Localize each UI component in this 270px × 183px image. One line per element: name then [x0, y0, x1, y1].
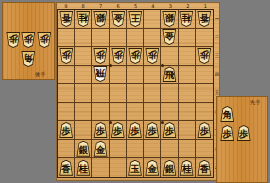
- sente-hand-row: 歩歩: [217, 125, 267, 143]
- hoshi-dot: [161, 121, 164, 124]
- square-6-8[interactable]: [110, 140, 127, 159]
- piece-glyph: 金: [96, 142, 106, 157]
- gote-hand-row: 歩歩歩: [3, 32, 54, 50]
- square-2-9[interactable]: 桂: [179, 158, 196, 177]
- square-9-8[interactable]: [58, 140, 75, 159]
- sente-hand-row: 角: [217, 106, 267, 124]
- square-8-7[interactable]: [75, 121, 92, 140]
- sente-hand-panel: 先手 角歩歩: [216, 96, 268, 183]
- square-4-2[interactable]: [144, 29, 161, 48]
- sente-knight[interactable]: 桂: [179, 160, 194, 176]
- gote-knight[interactable]: 桂: [76, 11, 91, 27]
- piece-glyph: 歩: [165, 123, 175, 138]
- piece-glyph: 歩: [61, 123, 71, 138]
- square-5-8[interactable]: [127, 140, 144, 159]
- sente-gold[interactable]: 金: [145, 160, 160, 176]
- hoshi-dot: [109, 121, 112, 124]
- sente-hand-bishop[interactable]: 角: [220, 106, 235, 122]
- square-3-5[interactable]: [161, 84, 178, 103]
- square-6-3[interactable]: 歩: [110, 47, 127, 66]
- square-7-2[interactable]: [92, 29, 109, 48]
- square-4-8[interactable]: [144, 140, 161, 159]
- sente-pawn[interactable]: 歩: [197, 122, 212, 138]
- square-3-2[interactable]: 金: [161, 29, 178, 48]
- piece-glyph: 歩: [200, 123, 210, 138]
- sente-silver[interactable]: 銀: [76, 141, 91, 157]
- square-7-1[interactable]: 銀: [92, 10, 109, 29]
- square-7-7[interactable]: 歩: [92, 121, 109, 140]
- square-8-5[interactable]: [75, 84, 92, 103]
- gote-pawn[interactable]: 歩: [93, 48, 108, 64]
- square-1-1[interactable]: 香: [196, 10, 213, 29]
- gote-pawn[interactable]: 歩: [128, 48, 143, 64]
- gote-gold[interactable]: 金: [162, 29, 177, 45]
- sente-pawn[interactable]: 歩: [111, 122, 126, 138]
- square-7-5[interactable]: [92, 84, 109, 103]
- rank-label-3: 三: [214, 46, 220, 65]
- sente-pawn[interactable]: 歩: [162, 122, 177, 138]
- gote-pawn[interactable]: 歩: [59, 48, 74, 64]
- gote-hand-panel: 後手 歩歩歩角: [2, 2, 55, 80]
- gote-rook-highlighted[interactable]: 飛: [93, 66, 108, 82]
- square-2-3[interactable]: [179, 47, 196, 66]
- square-1-8[interactable]: [196, 140, 213, 159]
- square-4-6[interactable]: [144, 103, 161, 122]
- sente-pawn[interactable]: 歩: [59, 122, 74, 138]
- square-7-3[interactable]: 歩: [92, 47, 109, 66]
- square-2-1[interactable]: 桂: [179, 10, 196, 29]
- square-8-9[interactable]: 桂: [75, 158, 92, 177]
- sente-pawn[interactable]: 歩: [145, 122, 160, 138]
- piece-glyph: 金: [147, 161, 157, 176]
- square-9-3[interactable]: 歩: [58, 47, 75, 66]
- square-1-9[interactable]: 香: [196, 158, 213, 177]
- piece-glyph: 桂: [182, 11, 192, 26]
- square-8-8[interactable]: 銀: [75, 140, 92, 159]
- gote-hand-pawn[interactable]: 歩: [37, 32, 52, 48]
- piece-glyph: 歩: [113, 123, 123, 138]
- square-9-5[interactable]: [58, 84, 75, 103]
- sente-gold[interactable]: 金: [93, 141, 108, 157]
- square-6-9[interactable]: [110, 158, 127, 177]
- piece-glyph: 角: [223, 107, 233, 122]
- square-8-3[interactable]: [75, 47, 92, 66]
- square-2-7[interactable]: [179, 121, 196, 140]
- square-4-3[interactable]: 歩: [144, 47, 161, 66]
- piece-glyph: 香: [200, 161, 210, 176]
- square-4-5[interactable]: [144, 84, 161, 103]
- piece-glyph: 香: [200, 11, 210, 26]
- square-8-4[interactable]: [75, 66, 92, 85]
- square-3-9[interactable]: 銀: [161, 158, 178, 177]
- piece-glyph: 金: [165, 29, 175, 44]
- piece-glyph: 歩: [147, 48, 157, 63]
- square-9-9[interactable]: 香: [58, 158, 75, 177]
- sente-knight[interactable]: 桂: [76, 160, 91, 176]
- gote-hand-label: 後手: [35, 71, 46, 77]
- piece-glyph: 歩: [8, 32, 18, 47]
- gote-silver[interactable]: 銀: [162, 11, 177, 27]
- piece-glyph: 歩: [24, 32, 34, 47]
- piece-glyph: 歩: [96, 123, 106, 138]
- square-1-5[interactable]: [196, 84, 213, 103]
- sente-pawn[interactable]: 歩: [93, 122, 108, 138]
- piece-glyph: 飛: [165, 67, 175, 82]
- sente-hand-pawn[interactable]: 歩: [237, 125, 252, 141]
- square-7-6[interactable]: [92, 103, 109, 122]
- piece-glyph: 銀: [96, 11, 106, 26]
- sente-lance[interactable]: 香: [59, 160, 74, 176]
- piece-glyph: 香: [61, 161, 71, 176]
- piece-glyph: 歩: [147, 123, 157, 138]
- square-9-4[interactable]: [58, 66, 75, 85]
- rank-label-4: 四: [214, 65, 220, 84]
- square-3-8[interactable]: [161, 140, 178, 159]
- piece-glyph: 香: [61, 11, 71, 26]
- square-2-4[interactable]: [179, 66, 196, 85]
- square-7-8[interactable]: 金: [92, 140, 109, 159]
- piece-glyph: 銀: [165, 11, 175, 26]
- square-6-4[interactable]: [110, 66, 127, 85]
- square-2-5[interactable]: [179, 84, 196, 103]
- piece-glyph: 歩: [239, 126, 249, 141]
- square-6-1[interactable]: 金: [110, 10, 127, 29]
- gote-king[interactable]: 王: [128, 11, 143, 27]
- gote-pawn[interactable]: 歩: [145, 48, 160, 64]
- piece-glyph: 玉: [130, 161, 140, 176]
- gote-hand-bishop[interactable]: 角: [21, 51, 36, 67]
- piece-glyph: 歩: [61, 48, 71, 63]
- square-5-9[interactable]: 玉: [127, 158, 144, 177]
- square-5-7[interactable]: 歩: [127, 121, 144, 140]
- square-8-6[interactable]: [75, 103, 92, 122]
- square-3-7[interactable]: 歩: [161, 121, 178, 140]
- shogi-app: 後手 歩歩歩角 987654321 一二三四五六七八九 香桂銀金王銀桂香金歩歩歩…: [0, 0, 270, 183]
- square-3-4[interactable]: 飛: [161, 66, 178, 85]
- square-5-2[interactable]: [127, 29, 144, 48]
- sente-hand-pawn[interactable]: 歩: [220, 125, 235, 141]
- square-1-6[interactable]: [196, 103, 213, 122]
- sente-pawn[interactable]: 歩: [128, 122, 143, 138]
- square-4-7[interactable]: 歩: [144, 121, 161, 140]
- piece-glyph: 銀: [79, 142, 89, 157]
- piece-glyph: 飛: [96, 66, 106, 81]
- piece-glyph: 王: [130, 11, 140, 26]
- square-5-4[interactable]: [127, 66, 144, 85]
- square-5-1[interactable]: 王: [127, 10, 144, 29]
- gote-gold[interactable]: 金: [111, 11, 126, 27]
- sente-king[interactable]: 玉: [128, 160, 143, 176]
- gote-pawn[interactable]: 歩: [111, 48, 126, 64]
- square-5-6[interactable]: [127, 103, 144, 122]
- gote-pawn[interactable]: 歩: [197, 48, 212, 64]
- square-1-3[interactable]: 歩: [196, 47, 213, 66]
- sente-rook[interactable]: 飛: [162, 66, 177, 82]
- shogi-board: 香桂銀金王銀桂香金歩歩歩歩歩歩飛飛歩歩歩歩歩歩歩銀金香桂玉金銀桂香: [57, 9, 214, 178]
- square-5-5[interactable]: [127, 84, 144, 103]
- square-6-2[interactable]: [110, 29, 127, 48]
- board-frame: 987654321 一二三四五六七八九 香桂銀金王銀桂香金歩歩歩歩歩歩飛飛歩歩歩…: [56, 2, 220, 181]
- square-9-6[interactable]: [58, 103, 75, 122]
- gote-lance[interactable]: 香: [59, 11, 74, 27]
- square-7-9[interactable]: [92, 158, 109, 177]
- piece-glyph: 歩: [130, 123, 140, 138]
- square-5-3[interactable]: 歩: [127, 47, 144, 66]
- square-9-2[interactable]: [58, 29, 75, 48]
- square-1-2[interactable]: [196, 29, 213, 48]
- piece-glyph: 桂: [79, 11, 89, 26]
- piece-glyph: 角: [24, 51, 34, 66]
- gote-knight[interactable]: 桂: [179, 11, 194, 27]
- square-8-2[interactable]: [75, 29, 92, 48]
- piece-glyph: 金: [113, 11, 123, 26]
- square-4-4[interactable]: [144, 66, 161, 85]
- piece-glyph: 桂: [79, 161, 89, 176]
- square-9-7[interactable]: 歩: [58, 121, 75, 140]
- square-2-8[interactable]: [179, 140, 196, 159]
- sente-lance[interactable]: 香: [197, 160, 212, 176]
- square-4-1[interactable]: [144, 10, 161, 29]
- square-6-5[interactable]: [110, 84, 127, 103]
- rank-label-1: 一: [214, 9, 220, 28]
- hoshi-dot: [109, 64, 112, 67]
- rank-label-2: 二: [214, 28, 220, 47]
- gote-lance[interactable]: 香: [197, 11, 212, 27]
- square-8-1[interactable]: 桂: [75, 10, 92, 29]
- square-4-9[interactable]: 金: [144, 158, 161, 177]
- piece-glyph: 銀: [165, 161, 175, 176]
- square-3-6[interactable]: [161, 103, 178, 122]
- square-3-3[interactable]: [161, 47, 178, 66]
- square-3-1[interactable]: 銀: [161, 10, 178, 29]
- piece-glyph: 歩: [96, 48, 106, 63]
- piece-glyph: 桂: [182, 161, 192, 176]
- square-7-4[interactable]: 飛: [92, 66, 109, 85]
- square-6-7[interactable]: 歩: [110, 121, 127, 140]
- gote-hand-pawn[interactable]: 歩: [6, 32, 21, 48]
- sente-silver[interactable]: 銀: [162, 160, 177, 176]
- piece-glyph: 歩: [223, 126, 233, 141]
- piece-glyph: 歩: [130, 48, 140, 63]
- square-6-6[interactable]: [110, 103, 127, 122]
- piece-glyph: 歩: [39, 32, 49, 47]
- gote-silver[interactable]: 銀: [93, 11, 108, 27]
- sente-hand-label: 先手: [250, 99, 261, 105]
- square-9-1[interactable]: 香: [58, 10, 75, 29]
- gote-hand-pawn[interactable]: 歩: [21, 32, 36, 48]
- piece-glyph: 歩: [113, 48, 123, 63]
- square-2-2[interactable]: [179, 29, 196, 48]
- square-1-4[interactable]: [196, 66, 213, 85]
- gote-hand-row: 角: [3, 51, 54, 69]
- square-1-7[interactable]: 歩: [196, 121, 213, 140]
- piece-glyph: 歩: [200, 48, 210, 63]
- square-2-6[interactable]: [179, 103, 196, 122]
